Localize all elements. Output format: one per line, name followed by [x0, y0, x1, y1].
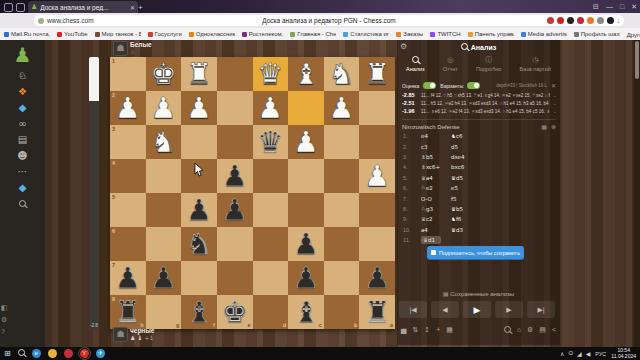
square-a2[interactable]: [359, 91, 395, 125]
chess-board[interactable]: 1♚♜♛♝♞♜2♟♟♟♟♟3♞♛♟4♟♟5♟♟6♞♟7♟♟♟♟8h♜gf♝e♚d…: [110, 57, 395, 329]
network-icon[interactable]: ◢: [577, 350, 582, 357]
white-player-name: Белые: [130, 41, 152, 48]
black-move[interactable]: ♛d3: [451, 227, 481, 233]
square-f3[interactable]: [181, 125, 217, 159]
bookmark-label: Mail.Ru почта, н: [11, 31, 50, 37]
bookmark-label: Госуслуги: [155, 31, 182, 37]
print-icon[interactable]: ▤: [539, 326, 546, 334]
engine-toggle-row: ОценкаВариантыdepth=33 | Stockfish 16 L✕: [402, 82, 556, 89]
move-row: 7.O-Of5: [397, 193, 560, 203]
Варианты-toggle[interactable]: [467, 82, 480, 89]
system-tray[interactable]: ∧ʘ◢◀ РУС 10:5411.04.2024: [560, 348, 636, 359]
evaluation-label: -2.8: [89, 323, 99, 328]
square-b1[interactable]: ♞: [324, 57, 360, 91]
black-knight[interactable]: ♞: [181, 227, 217, 261]
engine-lines: -2.8511... f4 12. ♘h5 ♘xh5 13. ♖e1 ♗g4 1…: [402, 92, 557, 116]
square-f1[interactable]: ♜: [181, 57, 217, 91]
square-a1[interactable]: ♜: [359, 57, 395, 91]
white-move[interactable]: ♕d1: [421, 236, 441, 244]
move-number: 11.: [403, 237, 421, 243]
bookmark-label: Ростелеком,: [249, 31, 284, 37]
watch-icon[interactable]: ∞: [18, 115, 26, 131]
puzzles-icon[interactable]: ❖: [18, 83, 27, 99]
move-row: 11.♕d1: [397, 235, 560, 245]
move-row: 8.♘g3♛b5: [397, 204, 560, 214]
window-controls[interactable]: ⊟—□✕: [593, 0, 637, 13]
go-start-button[interactable]: |◀: [399, 301, 427, 318]
telegram-icon[interactable]: ✈: [96, 349, 105, 358]
microphone-icon[interactable]: ʘ: [568, 350, 573, 357]
square-h3[interactable]: 3: [110, 125, 146, 159]
black-move[interactable]: e5: [451, 185, 481, 191]
start-button[interactable]: ⊞: [4, 347, 11, 360]
browser-tabstrip: ♟ Доска анализа и ред... ✕ + ⊟—□✕: [0, 0, 640, 13]
yandex-panel-buttons[interactable]: [4, 3, 25, 12]
bookmark-label: Статистика игр: [350, 31, 389, 37]
window-control-icon[interactable]: ⊟: [593, 0, 599, 13]
engine-line[interactable]: -2.8511... f4 12. ♘h5 ♘xh5 13. ♖e1 ♗g4 1…: [402, 92, 557, 100]
move-row: 4.♗xc6+bxc6: [397, 162, 560, 172]
settings-gear-icon[interactable]: ⚙: [1, 316, 8, 324]
square-a5[interactable]: [359, 193, 395, 227]
black-pawn[interactable]: ♟: [146, 261, 182, 295]
black-move[interactable]: ♛d5: [451, 175, 481, 181]
taskbar-clock[interactable]: 10:5411.04.2024: [611, 348, 636, 359]
square-b4[interactable]: [324, 159, 360, 193]
square-c5[interactable]: [288, 193, 324, 227]
extension-icon[interactable]: [547, 17, 554, 24]
line-eval: -1.96: [402, 108, 418, 114]
Подробно-tab-icon: ⓘ: [485, 56, 492, 64]
square-d5[interactable]: [253, 193, 289, 227]
square-c2[interactable]: [288, 91, 324, 125]
square-a4[interactable]: ♟: [359, 159, 395, 193]
help-icon[interactable]: ?: [1, 328, 8, 335]
bookmark-item[interactable]: Ростелеком,: [242, 31, 284, 37]
extensions-row[interactable]: ↓: [547, 17, 621, 24]
forward-button[interactable]: ▶: [495, 301, 523, 318]
black-player-name: черные: [130, 327, 154, 334]
black-pawn[interactable]: ♟: [181, 193, 217, 227]
square-b2[interactable]: ♟: [324, 91, 360, 125]
square-h1[interactable]: 1: [110, 57, 146, 91]
extension-icon[interactable]: [597, 17, 604, 24]
saved-analyses-link[interactable]: ▤ Сохраненные анализы: [397, 290, 560, 297]
square-f7[interactable]: [181, 261, 217, 295]
square-b5[interactable]: [324, 193, 360, 227]
bookmark-label: Одноклассники: [196, 31, 235, 37]
tab-label: Анализ: [406, 66, 425, 72]
black-king[interactable]: ♚: [217, 295, 253, 329]
search-icon: [18, 349, 25, 356]
tab-База партий[interactable]: ◷База партий: [520, 56, 551, 72]
square-g1[interactable]: ♚: [146, 57, 182, 91]
square-h4[interactable]: 4: [110, 159, 146, 193]
square-e7[interactable]: [217, 261, 253, 295]
bookmark-label: Мир танков - Бл: [102, 31, 141, 37]
bookmark-favicon: [189, 32, 194, 37]
square-f8[interactable]: f♝: [181, 295, 217, 329]
bookmark-favicon: [290, 32, 295, 37]
download-icon[interactable]: ↓: [617, 17, 621, 24]
bookmark-favicon: [468, 32, 473, 37]
white-captured-pieces: ♞: [130, 48, 135, 55]
extension-icon[interactable]: [567, 17, 574, 24]
white-player-avatar[interactable]: ☗: [113, 41, 128, 56]
bookmark-label: Панель управлен: [475, 31, 514, 37]
square-e5[interactable]: ♟: [217, 193, 253, 227]
line-eval: -2.85: [402, 92, 418, 98]
social-icon[interactable]: ☻: [17, 147, 27, 163]
go-end-button[interactable]: ▶|: [527, 301, 555, 318]
square-c8[interactable]: c♝: [288, 295, 324, 329]
black-rook[interactable]: ♜: [359, 295, 395, 329]
square-d4[interactable]: [253, 159, 289, 193]
engine-close-icon[interactable]: ✕: [551, 82, 556, 89]
edge-icon[interactable]: e: [32, 349, 41, 358]
bookmark-label: Заказы: [403, 31, 423, 37]
black-rook[interactable]: ♜: [110, 295, 146, 329]
white-move[interactable]: ♗b5: [421, 154, 451, 160]
move-number: 8.: [403, 206, 421, 212]
white-pawn[interactable]: ♟: [110, 91, 146, 125]
load-pgn-icon[interactable]: ↥: [424, 326, 430, 334]
rank-label: 3: [112, 126, 115, 132]
move-row: 9.♕c2♞f6: [397, 214, 560, 224]
white-move[interactable]: O-O: [421, 196, 451, 202]
white-rook[interactable]: ♜: [181, 57, 217, 91]
bookmark-item[interactable]: Заказы: [396, 31, 423, 37]
board-settings-gear-icon[interactable]: ⚙: [400, 42, 407, 51]
square-g6[interactable]: [146, 227, 182, 261]
line-moves: 11... f4 12. ♘h5 ♘xh5 13. ♖e1 ♗g4 14. ♕e…: [421, 93, 550, 98]
taskbar-search-icon[interactable]: [18, 347, 25, 360]
move-number: 3.: [403, 154, 421, 160]
learn-icon[interactable]: ◆: [19, 99, 27, 115]
black-pawn[interactable]: ♟: [110, 261, 146, 295]
Анализ-tab-icon: [412, 56, 419, 64]
square-f5[interactable]: ♟: [181, 193, 217, 227]
square-d8[interactable]: d: [253, 295, 289, 329]
language-indicator[interactable]: РУС: [595, 351, 606, 357]
panel-bottom-icons: ▅⇅↥+▦ ⌂⚙▤<: [401, 326, 556, 334]
flip-board-icon[interactable]: ⇅: [412, 326, 418, 334]
extension-icon[interactable]: [557, 17, 564, 24]
bookmark-favicon: [148, 32, 153, 37]
square-e8[interactable]: e♚: [217, 295, 253, 329]
square-d7[interactable]: [253, 261, 289, 295]
tab-close-icon[interactable]: ✕: [130, 4, 135, 11]
bookmark-item[interactable]: TWITCH: [430, 31, 460, 37]
engine-line[interactable]: -2.5111... h5 12. ♕e2 h4 13. ♕xd3 exd3 1…: [402, 100, 557, 108]
black-pawn[interactable]: ♟: [217, 159, 253, 193]
black-move[interactable]: dxe4: [451, 154, 481, 160]
subscribe-save-button[interactable]: Подпишитесь, чтобы сохранить: [427, 246, 524, 259]
square-g4[interactable]: [146, 159, 182, 193]
square-d3[interactable]: ♛: [253, 125, 289, 159]
file-label: b: [354, 322, 357, 328]
toggle-label: Варианты: [440, 83, 463, 89]
black-bishop[interactable]: ♝: [181, 295, 217, 329]
square-g2[interactable]: ♟: [146, 91, 182, 125]
move-number: 5.: [403, 175, 421, 181]
square-g7[interactable]: ♟: [146, 261, 182, 295]
tab-label: База партий: [520, 66, 551, 72]
square-c1[interactable]: ♝: [288, 57, 324, 91]
close-circle-icon[interactable]: ⊗: [551, 123, 556, 130]
play-icon[interactable]: ♘: [18, 67, 27, 83]
База партий-tab-icon: ◷: [532, 56, 538, 64]
white-pawn[interactable]: ♟: [253, 91, 289, 125]
line-eval: -2.51: [402, 100, 418, 106]
zoom-icon[interactable]: [504, 326, 511, 334]
white-pawn[interactable]: ♟: [181, 91, 217, 125]
bookmark-item[interactable]: Главная - Chess.: [290, 31, 336, 37]
store-icon[interactable]: [64, 349, 73, 358]
bookmark-item[interactable]: Mail.Ru почта, н: [4, 31, 50, 37]
move-number: 2.: [403, 144, 421, 150]
move-number: 4.: [403, 164, 421, 170]
white-king[interactable]: ♚: [146, 57, 182, 91]
black-pawn[interactable]: ♟: [288, 261, 324, 295]
new-tab-button[interactable]: +: [138, 3, 143, 12]
square-d6[interactable]: [253, 227, 289, 261]
extension-icon[interactable]: [587, 17, 594, 24]
search-icon: [19, 200, 26, 207]
line-expand-icon[interactable]: ⌄: [553, 108, 557, 114]
white-move[interactable]: a4: [421, 227, 451, 233]
white-pawn[interactable]: ♟: [146, 91, 182, 125]
tab-title: Доска анализа и ред...: [40, 4, 127, 11]
rank-label: 1: [112, 58, 115, 64]
share-icon[interactable]: <: [552, 326, 556, 334]
square-a6[interactable]: [359, 227, 395, 261]
square-a3[interactable]: [359, 125, 395, 159]
white-pawn[interactable]: ♟: [324, 91, 360, 125]
square-f2[interactable]: ♟: [181, 91, 217, 125]
move-number: 7.: [403, 196, 421, 202]
move-row: 5.♕a4♛d5: [397, 173, 560, 183]
move-row: 2.c3d5: [397, 141, 560, 151]
evaluation-bar-white: [89, 57, 99, 101]
square-h7[interactable]: 7♟: [110, 261, 146, 295]
extension-icon[interactable]: [577, 17, 584, 24]
window-control-icon[interactable]: —: [606, 0, 613, 13]
square-g5[interactable]: [146, 193, 182, 227]
black-move[interactable]: ♛b5: [451, 206, 481, 212]
square-b6[interactable]: [324, 227, 360, 261]
square-h2[interactable]: 2♟: [110, 91, 146, 125]
black-move[interactable]: ♞c6: [451, 133, 481, 139]
black-bishop[interactable]: ♝: [288, 295, 324, 329]
save-icon: [431, 250, 436, 255]
search-icon: [461, 43, 468, 50]
window-control-icon[interactable]: □: [620, 0, 624, 13]
news-icon[interactable]: ▤: [18, 131, 27, 147]
white-move[interactable]: ♗xc6+: [421, 164, 451, 170]
white-move[interactable]: ♘g3: [421, 206, 451, 212]
white-move[interactable]: c3: [421, 144, 451, 150]
black-pawn[interactable]: ♟: [359, 261, 395, 295]
collapse-icon[interactable]: ◧: [1, 304, 8, 312]
white-rook[interactable]: ♜: [359, 57, 395, 91]
square-c3[interactable]: ♟: [288, 125, 324, 159]
bookmark-item[interactable]: YouTube: [57, 31, 88, 37]
square-e3[interactable]: [217, 125, 253, 159]
extension-icon[interactable]: [607, 17, 614, 24]
square-c7[interactable]: ♟: [288, 261, 324, 295]
diamond-icon[interactable]: ◆: [19, 179, 27, 195]
saved-analyses-icon: ▤: [443, 291, 449, 297]
square-g8[interactable]: g: [146, 295, 182, 329]
square-a7[interactable]: ♟: [359, 261, 395, 295]
Оценка-toggle[interactable]: [423, 82, 436, 89]
square-a8[interactable]: a♜: [359, 295, 395, 329]
opening-name[interactable]: Nimzowitsch Defense: [402, 124, 460, 130]
search-icon[interactable]: [19, 195, 26, 211]
white-knight[interactable]: ♞: [146, 125, 182, 159]
window-control-icon[interactable]: ✕: [631, 0, 637, 13]
square-g3[interactable]: ♞: [146, 125, 182, 159]
white-move[interactable]: ♘e2: [421, 185, 451, 191]
bookmark-item[interactable]: Панель управлен: [468, 31, 514, 37]
explorer-folder-icon[interactable]: [48, 349, 57, 358]
square-e4[interactable]: ♟: [217, 159, 253, 193]
line-expand-icon[interactable]: ⌄: [553, 92, 557, 98]
bookmark-label: YouTube: [64, 31, 88, 37]
square-b8[interactable]: b: [324, 295, 360, 329]
square-e6[interactable]: [217, 227, 253, 261]
square-d2[interactable]: ♟: [253, 91, 289, 125]
tab-Отчет[interactable]: ◎Отчет: [443, 56, 458, 72]
move-number: 6.: [403, 185, 421, 191]
black-queen[interactable]: ♛: [253, 125, 289, 159]
white-pawn[interactable]: ♟: [359, 159, 395, 193]
settings-gear-icon[interactable]: ⚙: [527, 326, 533, 334]
move-row: 1.e4♞c6: [397, 131, 560, 141]
white-queen[interactable]: ♛: [253, 57, 289, 91]
bookmark-item[interactable]: Одноклассники: [189, 31, 235, 37]
bookmark-item[interactable]: Госуслуги: [148, 31, 182, 37]
rank-label: 6: [112, 228, 115, 234]
bookmarks-bar: Mail.Ru почта, нYouTubeМир танков - БлГо…: [0, 28, 640, 40]
square-h8[interactable]: 8h♜: [110, 295, 146, 329]
square-d1[interactable]: ♛: [253, 57, 289, 91]
square-f6[interactable]: ♞: [181, 227, 217, 261]
black-move[interactable]: bxc6: [451, 164, 481, 170]
page-scrollbar[interactable]: [634, 40, 640, 347]
file-label: g: [176, 322, 179, 328]
chesscom-sidebar: ♟♘❖◆∞▤☻⋯◆: [0, 40, 45, 347]
panel-tabs: Анализ◎ОтчетⓘПодробно◷База партий: [397, 56, 560, 72]
yandex-browser-icon[interactable]: Y: [80, 349, 89, 358]
other-bookmarks-button[interactable]: Другие закладки ⌄: [627, 31, 640, 38]
analysis-panel: Анализ Анализ◎ОтчетⓘПодробно◷База партий…: [397, 40, 560, 345]
evaluation-bar: -2.8: [89, 57, 99, 329]
move-list: 1.e4♞c62.c3d53.♗b5dxe44.♗xc6+bxc65.♕a4♛d…: [397, 131, 560, 245]
tray-expand-icon[interactable]: ∧: [560, 350, 564, 357]
line-moves: 11... h5 12. ♕e2 h4 13. ♕xd3 exd3 14. ♘h…: [421, 101, 550, 106]
tab-label: Отчет: [443, 66, 458, 72]
white-move[interactable]: ♕c2: [421, 216, 451, 222]
chesscom-logo-pawn-icon[interactable]: ♟: [14, 43, 32, 67]
search-icon: [504, 326, 511, 333]
play-button[interactable]: ▶: [463, 301, 491, 318]
move-row: 3.♗b5dxe4: [397, 152, 560, 162]
move-navigation: |◀◀▶▶▶|: [399, 301, 555, 318]
move-number: 10.: [403, 227, 421, 233]
browser-tab[interactable]: ♟ Доска анализа и ред... ✕: [28, 1, 138, 13]
black-move[interactable]: ♞f6: [451, 216, 481, 222]
white-bishop[interactable]: ♝: [288, 57, 324, 91]
white-knight[interactable]: ♞: [324, 57, 360, 91]
black-captured-pieces: ♟ ♝ +1: [130, 334, 153, 341]
bookmark-favicon: [95, 32, 100, 37]
black-pawn[interactable]: ♟: [217, 193, 253, 227]
bookmark-label: Media advertisin: [528, 31, 567, 37]
rank-label: 4: [112, 160, 115, 166]
add-icon[interactable]: +: [436, 326, 440, 334]
toggle-label: Оценка: [402, 83, 419, 89]
white-pawn[interactable]: ♟: [288, 125, 324, 159]
line-expand-icon[interactable]: ⌄: [553, 100, 557, 106]
scrollbar-thumb[interactable]: [635, 41, 639, 79]
back-button[interactable]: ◀: [431, 301, 459, 318]
setup-board-icon[interactable]: ▦: [446, 326, 453, 334]
explorer-icon[interactable]: ⌂: [517, 326, 521, 334]
black-player-avatar[interactable]: ☗: [113, 327, 128, 342]
move-number: 1.: [403, 133, 421, 139]
square-b7[interactable]: [324, 261, 360, 295]
board-preview-icon[interactable]: ▦: [541, 123, 547, 130]
search-icon: [412, 56, 419, 63]
engine-line[interactable]: -1.9611... ♗e6 12. ♕e2 f4 13. ♕xd3 exd3 …: [402, 108, 557, 116]
square-b3[interactable]: [324, 125, 360, 159]
black-move[interactable]: d5: [451, 144, 481, 150]
more-icon[interactable]: ⋯: [18, 163, 28, 179]
bookmark-item[interactable]: Статистика игр: [343, 31, 389, 37]
Отчет-tab-icon: ◎: [447, 56, 453, 64]
black-pawn[interactable]: ♟: [288, 227, 324, 261]
bookmark-item[interactable]: Media advertisin: [521, 31, 567, 37]
bookmark-favicon: [574, 32, 579, 37]
tab-label: Подробно: [476, 66, 501, 72]
bookmark-label: Профиль шахм: [581, 31, 620, 37]
white-move[interactable]: ♕a4: [421, 175, 451, 181]
square-c6[interactable]: ♟: [288, 227, 324, 261]
square-c4[interactable]: [288, 159, 324, 193]
square-h6[interactable]: 6: [110, 227, 146, 261]
black-move[interactable]: f5: [451, 196, 481, 202]
bookmark-favicon: [343, 32, 348, 37]
square-e2[interactable]: [217, 91, 253, 125]
bookmark-item[interactable]: Мир танков - Бл: [95, 31, 141, 37]
opening-icons[interactable]: ▦⊗: [541, 123, 556, 130]
line-moves: 11... ♗e6 12. ♕e2 f4 13. ♕xd3 exd3 14. ♘…: [421, 109, 550, 114]
panel-title: Анализ: [397, 43, 560, 51]
white-move[interactable]: e4: [421, 133, 451, 139]
omnibox[interactable]: www.chess.com Доска анализа и редактор P…: [34, 15, 624, 26]
volume-icon[interactable]: ◀: [586, 350, 591, 357]
move-row: 10.a4♛d3: [397, 225, 560, 235]
square-e1[interactable]: [217, 57, 253, 91]
bookmark-item[interactable]: Профиль шахм: [574, 31, 620, 37]
tab-Подробно[interactable]: ⓘПодробно: [476, 56, 501, 72]
tab-Анализ[interactable]: Анализ: [406, 56, 425, 72]
evaluation-bars-icon[interactable]: ▅: [401, 326, 406, 334]
sidebar-bottom-icons[interactable]: ◧⚙?: [1, 304, 8, 335]
square-h5[interactable]: 5: [110, 193, 146, 227]
